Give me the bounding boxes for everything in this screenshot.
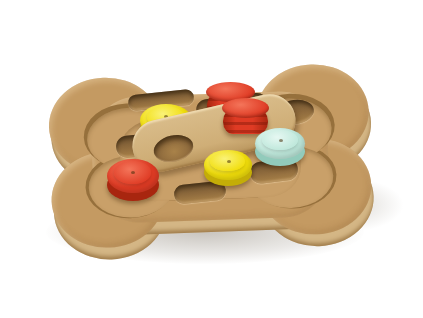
knob-cap (222, 98, 269, 118)
cone-centre-dot (279, 139, 283, 142)
puzzle-board (50, 66, 370, 266)
red-cone-lower-left[interactable] (107, 159, 159, 201)
mint-cone-right[interactable] (255, 128, 305, 166)
yellow-cone-lower[interactable] (204, 150, 252, 186)
product-photo-scene (0, 0, 423, 318)
cone-centre-dot (227, 160, 231, 163)
